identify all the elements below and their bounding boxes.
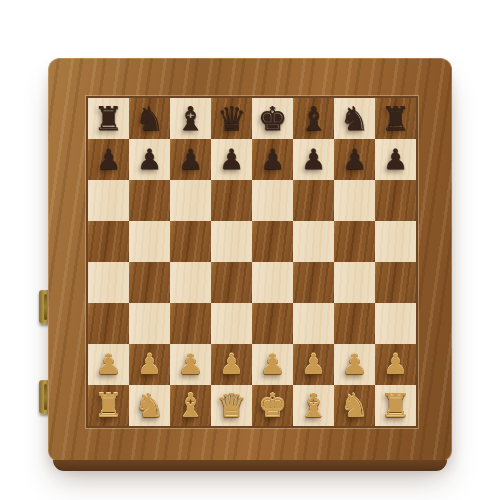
square-e3[interactable] [252,303,293,344]
square-e6[interactable] [252,180,293,221]
white-bishop-f1[interactable]: ♝ [299,389,329,422]
square-a3[interactable] [88,303,129,344]
white-pawn-g2[interactable]: ♟ [342,351,367,379]
square-f1[interactable]: ♝ [293,385,334,426]
square-b8[interactable]: ♞ [129,98,170,139]
square-c1[interactable]: ♝ [170,385,211,426]
black-bishop-c8[interactable]: ♝ [176,102,206,135]
square-c5[interactable] [170,221,211,262]
square-d1[interactable]: ♛ [211,385,252,426]
white-pawn-c2[interactable]: ♟ [178,351,203,379]
square-g1[interactable]: ♞ [334,385,375,426]
white-pawn-e2[interactable]: ♟ [260,351,285,379]
square-e5[interactable] [252,221,293,262]
square-a6[interactable] [88,180,129,221]
square-b4[interactable] [129,262,170,303]
black-rook-h8[interactable]: ♜ [381,102,411,135]
square-b7[interactable]: ♟ [129,139,170,180]
black-pawn-e7[interactable]: ♟ [260,146,285,174]
square-c2[interactable]: ♟ [170,344,211,385]
square-d4[interactable] [211,262,252,303]
square-a5[interactable] [88,221,129,262]
white-pawn-a2[interactable]: ♟ [96,351,121,379]
black-king-e8[interactable]: ♚ [258,102,288,135]
square-c7[interactable]: ♟ [170,139,211,180]
black-pawn-g7[interactable]: ♟ [342,146,367,174]
white-pawn-d2[interactable]: ♟ [219,351,244,379]
white-queen-d1[interactable]: ♛ [217,389,247,422]
square-c8[interactable]: ♝ [170,98,211,139]
square-f7[interactable]: ♟ [293,139,334,180]
black-rook-a8[interactable]: ♜ [94,102,124,135]
square-f4[interactable] [293,262,334,303]
board-grid: ♜♞♝♛♚♝♞♜♟♟♟♟♟♟♟♟♟♟♟♟♟♟♟♟♜♞♝♛♚♝♞♜ [86,96,418,428]
black-pawn-a7[interactable]: ♟ [96,146,121,174]
square-e1[interactable]: ♚ [252,385,293,426]
photo-canvas: ♜♞♝♛♚♝♞♜♟♟♟♟♟♟♟♟♟♟♟♟♟♟♟♟♜♞♝♛♚♝♞♜ [0,0,500,500]
square-a4[interactable] [88,262,129,303]
white-bishop-c1[interactable]: ♝ [176,389,206,422]
square-f2[interactable]: ♟ [293,344,334,385]
square-d3[interactable] [211,303,252,344]
square-h6[interactable] [375,180,416,221]
square-a2[interactable]: ♟ [88,344,129,385]
square-h1[interactable]: ♜ [375,385,416,426]
square-h7[interactable]: ♟ [375,139,416,180]
white-pawn-b2[interactable]: ♟ [137,351,162,379]
square-h2[interactable]: ♟ [375,344,416,385]
black-bishop-f8[interactable]: ♝ [299,102,329,135]
square-d8[interactable]: ♛ [211,98,252,139]
white-pawn-h2[interactable]: ♟ [383,351,408,379]
square-d2[interactable]: ♟ [211,344,252,385]
square-e2[interactable]: ♟ [252,344,293,385]
square-b6[interactable] [129,180,170,221]
white-pawn-f2[interactable]: ♟ [301,351,326,379]
black-pawn-b7[interactable]: ♟ [137,146,162,174]
square-g3[interactable] [334,303,375,344]
square-d5[interactable] [211,221,252,262]
square-d7[interactable]: ♟ [211,139,252,180]
square-g4[interactable] [334,262,375,303]
black-pawn-c7[interactable]: ♟ [178,146,203,174]
white-king-e1[interactable]: ♚ [258,389,288,422]
black-pawn-h7[interactable]: ♟ [383,146,408,174]
white-knight-g1[interactable]: ♞ [340,389,370,422]
square-h5[interactable] [375,221,416,262]
square-g5[interactable] [334,221,375,262]
square-c3[interactable] [170,303,211,344]
square-h8[interactable]: ♜ [375,98,416,139]
square-a8[interactable]: ♜ [88,98,129,139]
black-knight-g8[interactable]: ♞ [340,102,370,135]
square-g8[interactable]: ♞ [334,98,375,139]
black-queen-d8[interactable]: ♛ [217,102,247,135]
square-c4[interactable] [170,262,211,303]
hinge-pin [44,294,47,320]
square-e7[interactable]: ♟ [252,139,293,180]
square-d6[interactable] [211,180,252,221]
square-g7[interactable]: ♟ [334,139,375,180]
square-h4[interactable] [375,262,416,303]
square-b5[interactable] [129,221,170,262]
board-frame: ♜♞♝♛♚♝♞♜♟♟♟♟♟♟♟♟♟♟♟♟♟♟♟♟♜♞♝♛♚♝♞♜ [48,58,452,462]
square-f5[interactable] [293,221,334,262]
square-a7[interactable]: ♟ [88,139,129,180]
square-c6[interactable] [170,180,211,221]
black-knight-b8[interactable]: ♞ [135,102,165,135]
square-g2[interactable]: ♟ [334,344,375,385]
square-g6[interactable] [334,180,375,221]
white-rook-a1[interactable]: ♜ [94,389,124,422]
hinge-pin [44,384,47,410]
square-f8[interactable]: ♝ [293,98,334,139]
square-b1[interactable]: ♞ [129,385,170,426]
square-h3[interactable] [375,303,416,344]
square-b2[interactable]: ♟ [129,344,170,385]
square-f3[interactable] [293,303,334,344]
square-e8[interactable]: ♚ [252,98,293,139]
black-pawn-f7[interactable]: ♟ [301,146,326,174]
white-rook-h1[interactable]: ♜ [381,389,411,422]
square-b3[interactable] [129,303,170,344]
white-knight-b1[interactable]: ♞ [135,389,165,422]
square-a1[interactable]: ♜ [88,385,129,426]
black-pawn-d7[interactable]: ♟ [219,146,244,174]
square-f6[interactable] [293,180,334,221]
square-e4[interactable] [252,262,293,303]
chess-board: ♜♞♝♛♚♝♞♜♟♟♟♟♟♟♟♟♟♟♟♟♟♟♟♟♜♞♝♛♚♝♞♜ [48,58,452,462]
